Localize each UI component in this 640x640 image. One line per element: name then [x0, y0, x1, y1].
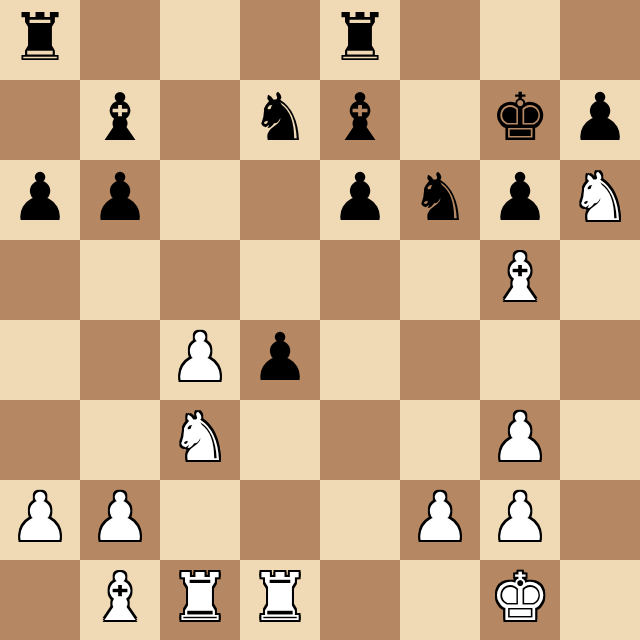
black-rook-piece[interactable]: ♜ [330, 5, 389, 71]
square-e7[interactable]: ♝ [320, 80, 400, 160]
black-pawn-piece[interactable]: ♟ [490, 165, 549, 231]
square-h2[interactable] [560, 480, 640, 560]
square-b7[interactable]: ♝ [80, 80, 160, 160]
square-d8[interactable] [240, 0, 320, 80]
black-king-piece[interactable]: ♚ [490, 85, 549, 151]
chess-board: ♜♜♝♞♝♚♟♟♟♟♞♟♞♝♟♟♞♟♟♟♟♟♝♜♜♚ [0, 0, 640, 640]
black-rook-piece[interactable]: ♜ [10, 5, 69, 71]
square-h7[interactable]: ♟ [560, 80, 640, 160]
square-b3[interactable] [80, 400, 160, 480]
square-g1[interactable]: ♚ [480, 560, 560, 640]
square-a8[interactable]: ♜ [0, 0, 80, 80]
square-f5[interactable] [400, 240, 480, 320]
square-g6[interactable]: ♟ [480, 160, 560, 240]
black-knight-piece[interactable]: ♞ [250, 85, 309, 151]
square-a4[interactable] [0, 320, 80, 400]
square-b2[interactable]: ♟ [80, 480, 160, 560]
square-g2[interactable]: ♟ [480, 480, 560, 560]
square-f6[interactable]: ♞ [400, 160, 480, 240]
square-g7[interactable]: ♚ [480, 80, 560, 160]
square-f8[interactable] [400, 0, 480, 80]
white-rook-piece[interactable]: ♜ [250, 565, 309, 631]
square-e2[interactable] [320, 480, 400, 560]
white-bishop-piece[interactable]: ♝ [90, 565, 149, 631]
black-bishop-piece[interactable]: ♝ [330, 85, 389, 151]
square-c1[interactable]: ♜ [160, 560, 240, 640]
square-b1[interactable]: ♝ [80, 560, 160, 640]
square-a5[interactable] [0, 240, 80, 320]
square-g4[interactable] [480, 320, 560, 400]
black-pawn-piece[interactable]: ♟ [570, 85, 629, 151]
square-f3[interactable] [400, 400, 480, 480]
square-e5[interactable] [320, 240, 400, 320]
square-e1[interactable] [320, 560, 400, 640]
square-d3[interactable] [240, 400, 320, 480]
white-rook-piece[interactable]: ♜ [170, 565, 229, 631]
white-pawn-piece[interactable]: ♟ [90, 485, 149, 551]
white-bishop-piece[interactable]: ♝ [490, 245, 549, 311]
square-c3[interactable]: ♞ [160, 400, 240, 480]
square-g3[interactable]: ♟ [480, 400, 560, 480]
square-h6[interactable]: ♞ [560, 160, 640, 240]
black-pawn-piece[interactable]: ♟ [90, 165, 149, 231]
square-h4[interactable] [560, 320, 640, 400]
black-pawn-piece[interactable]: ♟ [330, 165, 389, 231]
square-g5[interactable]: ♝ [480, 240, 560, 320]
square-b8[interactable] [80, 0, 160, 80]
square-c5[interactable] [160, 240, 240, 320]
square-a3[interactable] [0, 400, 80, 480]
white-pawn-piece[interactable]: ♟ [490, 485, 549, 551]
square-e6[interactable]: ♟ [320, 160, 400, 240]
square-d7[interactable]: ♞ [240, 80, 320, 160]
square-e3[interactable] [320, 400, 400, 480]
square-c6[interactable] [160, 160, 240, 240]
square-h8[interactable] [560, 0, 640, 80]
black-pawn-piece[interactable]: ♟ [10, 165, 69, 231]
square-d4[interactable]: ♟ [240, 320, 320, 400]
square-b5[interactable] [80, 240, 160, 320]
black-knight-piece[interactable]: ♞ [410, 165, 469, 231]
square-c4[interactable]: ♟ [160, 320, 240, 400]
white-knight-piece[interactable]: ♞ [170, 405, 229, 471]
white-pawn-piece[interactable]: ♟ [10, 485, 69, 551]
square-a2[interactable]: ♟ [0, 480, 80, 560]
square-d1[interactable]: ♜ [240, 560, 320, 640]
square-f1[interactable] [400, 560, 480, 640]
white-knight-piece[interactable]: ♞ [570, 165, 629, 231]
white-pawn-piece[interactable]: ♟ [410, 485, 469, 551]
square-b6[interactable]: ♟ [80, 160, 160, 240]
square-h3[interactable] [560, 400, 640, 480]
square-e8[interactable]: ♜ [320, 0, 400, 80]
white-pawn-piece[interactable]: ♟ [170, 325, 229, 391]
square-c2[interactable] [160, 480, 240, 560]
black-pawn-piece[interactable]: ♟ [250, 325, 309, 391]
square-c7[interactable] [160, 80, 240, 160]
square-f7[interactable] [400, 80, 480, 160]
square-d2[interactable] [240, 480, 320, 560]
square-d6[interactable] [240, 160, 320, 240]
square-h5[interactable] [560, 240, 640, 320]
black-bishop-piece[interactable]: ♝ [90, 85, 149, 151]
square-a6[interactable]: ♟ [0, 160, 80, 240]
square-g8[interactable] [480, 0, 560, 80]
square-c8[interactable] [160, 0, 240, 80]
square-a1[interactable] [0, 560, 80, 640]
square-f4[interactable] [400, 320, 480, 400]
square-h1[interactable] [560, 560, 640, 640]
white-king-piece[interactable]: ♚ [490, 565, 549, 631]
square-d5[interactable] [240, 240, 320, 320]
white-pawn-piece[interactable]: ♟ [490, 405, 549, 471]
square-a7[interactable] [0, 80, 80, 160]
square-f2[interactable]: ♟ [400, 480, 480, 560]
square-b4[interactable] [80, 320, 160, 400]
square-e4[interactable] [320, 320, 400, 400]
